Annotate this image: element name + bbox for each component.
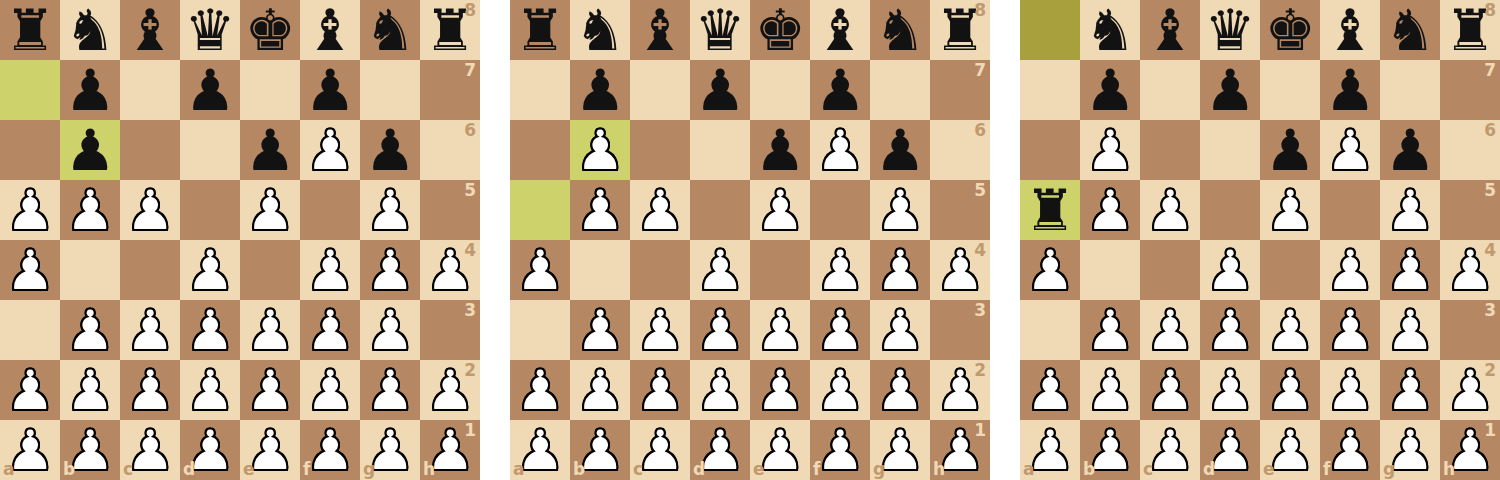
square-b1[interactable]: ♟b (1080, 420, 1140, 480)
file-label-g: g (1383, 461, 1395, 478)
piece-white-pawn: ♟ (1020, 240, 1080, 300)
square-h5[interactable]: 5 (1440, 180, 1500, 240)
square-h7[interactable]: 7 (420, 60, 480, 120)
square-g6[interactable]: ♟ (870, 120, 930, 180)
square-d6[interactable] (180, 120, 240, 180)
piece-black-pawn: ♟ (810, 60, 870, 120)
piece-black-bishop: ♝ (120, 0, 180, 60)
square-b3[interactable]: ♟ (1080, 300, 1140, 360)
square-f3[interactable]: ♟ (810, 300, 870, 360)
piece-white-pawn: ♟ (630, 360, 690, 420)
square-g7[interactable] (1380, 60, 1440, 120)
square-c8[interactable]: ♝ (120, 0, 180, 60)
square-a3[interactable] (0, 300, 60, 360)
square-g3[interactable]: ♟ (870, 300, 930, 360)
square-h1[interactable]: ♟1h (420, 420, 480, 480)
rank-label-5: 5 (1484, 182, 1496, 199)
square-g3[interactable]: ♟ (360, 300, 420, 360)
square-d6[interactable] (1200, 120, 1260, 180)
square-h2[interactable]: ♟2 (1440, 360, 1500, 420)
rank-label-2: 2 (974, 362, 986, 379)
square-d4[interactable]: ♟ (180, 240, 240, 300)
square-d1[interactable]: ♟d (180, 420, 240, 480)
square-e6[interactable]: ♟ (240, 120, 300, 180)
rank-label-1: 1 (974, 422, 986, 439)
square-f5[interactable] (300, 180, 360, 240)
square-a6[interactable] (0, 120, 60, 180)
piece-white-pawn: ♟ (570, 180, 630, 240)
square-e7[interactable] (240, 60, 300, 120)
square-h5[interactable]: 5 (930, 180, 990, 240)
square-b4[interactable] (60, 240, 120, 300)
square-f2[interactable]: ♟ (300, 360, 360, 420)
rank-label-8: 8 (464, 2, 476, 19)
square-b5[interactable]: ♟ (1080, 180, 1140, 240)
piece-white-pawn: ♟ (870, 240, 930, 300)
piece-white-pawn: ♟ (690, 240, 750, 300)
square-d8[interactable]: ♛ (690, 0, 750, 60)
square-h6[interactable]: 6 (420, 120, 480, 180)
square-f1[interactable]: ♟f (810, 420, 870, 480)
square-h8[interactable]: ♜8 (420, 0, 480, 60)
piece-black-pawn: ♟ (60, 60, 120, 120)
rank-label-3: 3 (464, 302, 476, 319)
piece-white-pawn: ♟ (1380, 360, 1440, 420)
piece-black-queen: ♛ (690, 0, 750, 60)
square-d2[interactable]: ♟ (690, 360, 750, 420)
square-f4[interactable]: ♟ (810, 240, 870, 300)
square-h3[interactable]: 3 (1440, 300, 1500, 360)
piece-black-pawn: ♟ (1320, 60, 1380, 120)
board-3: ♞♝♛♚♝♞♜8♟♟♟7♟♟♟♟6♜♟♟♟♟5♟♟♟♟♟4♟♟♟♟♟♟3♟♟♟♟… (1020, 0, 1500, 480)
file-label-c: c (1143, 461, 1153, 478)
piece-white-pawn: ♟ (1320, 240, 1380, 300)
square-h4[interactable]: ♟4 (930, 240, 990, 300)
square-a2[interactable]: ♟ (0, 360, 60, 420)
file-label-a: a (1023, 461, 1034, 478)
square-g8[interactable]: ♞ (870, 0, 930, 60)
square-g6[interactable]: ♟ (360, 120, 420, 180)
square-e8[interactable]: ♚ (750, 0, 810, 60)
square-e4[interactable] (240, 240, 300, 300)
piece-white-pawn: ♟ (1320, 360, 1380, 420)
square-c5[interactable]: ♟ (630, 180, 690, 240)
square-f6[interactable]: ♟ (1320, 120, 1380, 180)
square-e5[interactable]: ♟ (1260, 180, 1320, 240)
piece-white-pawn: ♟ (810, 360, 870, 420)
square-e4[interactable] (1260, 240, 1320, 300)
square-d5[interactable] (180, 180, 240, 240)
piece-white-pawn: ♟ (60, 360, 120, 420)
piece-white-pawn: ♟ (120, 300, 180, 360)
piece-white-pawn: ♟ (1320, 300, 1380, 360)
piece-black-pawn: ♟ (570, 60, 630, 120)
piece-black-pawn: ♟ (690, 60, 750, 120)
square-e3[interactable]: ♟ (1260, 300, 1320, 360)
piece-black-king: ♚ (240, 0, 300, 60)
piece-white-pawn: ♟ (120, 180, 180, 240)
square-f3[interactable]: ♟ (1320, 300, 1380, 360)
square-a5[interactable] (510, 180, 570, 240)
square-h8[interactable]: ♜8 (930, 0, 990, 60)
file-label-e: e (753, 461, 765, 478)
square-b6[interactable]: ♟ (60, 120, 120, 180)
rank-label-8: 8 (1484, 2, 1496, 19)
square-g2[interactable]: ♟ (1380, 360, 1440, 420)
square-g8[interactable]: ♞ (360, 0, 420, 60)
piece-white-pawn: ♟ (570, 120, 630, 180)
piece-black-pawn: ♟ (750, 120, 810, 180)
square-e4[interactable] (750, 240, 810, 300)
square-e2[interactable]: ♟ (240, 360, 300, 420)
square-h8[interactable]: ♜8 (1440, 0, 1500, 60)
square-b7[interactable]: ♟ (570, 60, 630, 120)
square-a8[interactable] (1020, 0, 1080, 60)
piece-white-pawn: ♟ (510, 240, 570, 300)
rank-label-2: 2 (464, 362, 476, 379)
square-g8[interactable]: ♞ (1380, 0, 1440, 60)
piece-black-pawn: ♟ (60, 120, 120, 180)
piece-white-pawn: ♟ (570, 300, 630, 360)
square-a8[interactable]: ♜ (510, 0, 570, 60)
piece-black-queen: ♛ (1200, 0, 1260, 60)
piece-black-bishop: ♝ (630, 0, 690, 60)
square-d7[interactable]: ♟ (1200, 60, 1260, 120)
piece-white-pawn: ♟ (1260, 360, 1320, 420)
piece-white-pawn: ♟ (360, 240, 420, 300)
square-g7[interactable] (360, 60, 420, 120)
square-b8[interactable]: ♞ (1080, 0, 1140, 60)
piece-white-pawn: ♟ (1140, 360, 1200, 420)
square-h7[interactable]: 7 (930, 60, 990, 120)
square-a1[interactable]: ♟a (1020, 420, 1080, 480)
square-f2[interactable]: ♟ (810, 360, 870, 420)
square-c2[interactable]: ♟ (630, 360, 690, 420)
square-d2[interactable]: ♟ (180, 360, 240, 420)
square-e5[interactable]: ♟ (750, 180, 810, 240)
square-h4[interactable]: ♟4 (420, 240, 480, 300)
square-g4[interactable]: ♟ (360, 240, 420, 300)
square-b6[interactable]: ♟ (1080, 120, 1140, 180)
square-c3[interactable]: ♟ (120, 300, 180, 360)
file-label-f: f (1323, 461, 1330, 478)
file-label-d: d (1203, 461, 1215, 478)
piece-black-pawn: ♟ (1260, 120, 1320, 180)
square-h1[interactable]: ♟1h (930, 420, 990, 480)
piece-white-pawn: ♟ (240, 360, 300, 420)
piece-black-pawn: ♟ (360, 120, 420, 180)
piece-black-bishop: ♝ (1140, 0, 1200, 60)
square-e5[interactable]: ♟ (240, 180, 300, 240)
square-f7[interactable]: ♟ (300, 60, 360, 120)
square-e8[interactable]: ♚ (240, 0, 300, 60)
square-e8[interactable]: ♚ (1260, 0, 1320, 60)
piece-white-pawn: ♟ (1020, 360, 1080, 420)
square-d8[interactable]: ♛ (180, 0, 240, 60)
piece-black-pawn: ♟ (180, 60, 240, 120)
square-c8[interactable]: ♝ (1140, 0, 1200, 60)
square-h4[interactable]: ♟4 (1440, 240, 1500, 300)
rank-label-6: 6 (1484, 122, 1496, 139)
square-c1[interactable]: ♟c (120, 420, 180, 480)
square-f1[interactable]: ♟f (300, 420, 360, 480)
square-a1[interactable]: ♟a (510, 420, 570, 480)
square-b3[interactable]: ♟ (570, 300, 630, 360)
rank-label-1: 1 (1484, 422, 1496, 439)
rank-label-4: 4 (464, 242, 476, 259)
square-d6[interactable] (690, 120, 750, 180)
square-d8[interactable]: ♛ (1200, 0, 1260, 60)
piece-white-pawn: ♟ (1080, 120, 1140, 180)
square-f7[interactable]: ♟ (810, 60, 870, 120)
square-a4[interactable]: ♟ (1020, 240, 1080, 300)
square-e6[interactable]: ♟ (750, 120, 810, 180)
square-f8[interactable]: ♝ (810, 0, 870, 60)
square-f6[interactable]: ♟ (810, 120, 870, 180)
square-f7[interactable]: ♟ (1320, 60, 1380, 120)
piece-white-pawn: ♟ (300, 300, 360, 360)
piece-white-pawn: ♟ (0, 180, 60, 240)
square-d5[interactable] (690, 180, 750, 240)
square-e2[interactable]: ♟ (750, 360, 810, 420)
square-f6[interactable]: ♟ (300, 120, 360, 180)
square-a3[interactable] (510, 300, 570, 360)
piece-white-pawn: ♟ (60, 300, 120, 360)
piece-white-pawn: ♟ (510, 360, 570, 420)
square-a2[interactable]: ♟ (510, 360, 570, 420)
square-e6[interactable]: ♟ (1260, 120, 1320, 180)
piece-white-pawn: ♟ (750, 360, 810, 420)
square-f2[interactable]: ♟ (1320, 360, 1380, 420)
square-c3[interactable]: ♟ (630, 300, 690, 360)
square-c5[interactable]: ♟ (120, 180, 180, 240)
square-b1[interactable]: ♟b (60, 420, 120, 480)
square-b5[interactable]: ♟ (570, 180, 630, 240)
square-g1[interactable]: ♟g (360, 420, 420, 480)
piece-black-knight: ♞ (570, 0, 630, 60)
square-a5[interactable]: ♜ (1020, 180, 1080, 240)
square-b7[interactable]: ♟ (60, 60, 120, 120)
square-c1[interactable]: ♟c (1140, 420, 1200, 480)
square-b7[interactable]: ♟ (1080, 60, 1140, 120)
square-d4[interactable]: ♟ (690, 240, 750, 300)
square-d3[interactable]: ♟ (1200, 300, 1260, 360)
square-a3[interactable] (1020, 300, 1080, 360)
square-d5[interactable] (1200, 180, 1260, 240)
piece-black-knight: ♞ (360, 0, 420, 60)
piece-white-pawn: ♟ (300, 120, 360, 180)
square-a6[interactable] (510, 120, 570, 180)
file-label-b: b (63, 461, 75, 478)
square-g5[interactable]: ♟ (870, 180, 930, 240)
square-f1[interactable]: ♟f (1320, 420, 1380, 480)
square-b6[interactable]: ♟ (570, 120, 630, 180)
square-f8[interactable]: ♝ (1320, 0, 1380, 60)
rank-label-4: 4 (974, 242, 986, 259)
square-d4[interactable]: ♟ (1200, 240, 1260, 300)
square-a7[interactable] (0, 60, 60, 120)
file-label-f: f (303, 461, 310, 478)
square-b5[interactable]: ♟ (60, 180, 120, 240)
piece-white-pawn: ♟ (0, 240, 60, 300)
rank-label-7: 7 (464, 62, 476, 79)
board-2: ♜♞♝♛♚♝♞♜8♟♟♟7♟♟♟♟6♟♟♟♟5♟♟♟♟♟4♟♟♟♟♟♟3♟♟♟♟… (510, 0, 990, 480)
piece-white-pawn: ♟ (570, 360, 630, 420)
piece-black-bishop: ♝ (1320, 0, 1380, 60)
square-g3[interactable]: ♟ (1380, 300, 1440, 360)
piece-white-pawn: ♟ (870, 360, 930, 420)
square-g7[interactable] (870, 60, 930, 120)
square-g4[interactable]: ♟ (870, 240, 930, 300)
square-g5[interactable]: ♟ (1380, 180, 1440, 240)
square-h6[interactable]: 6 (1440, 120, 1500, 180)
square-c2[interactable]: ♟ (1140, 360, 1200, 420)
square-a7[interactable] (510, 60, 570, 120)
file-label-c: c (123, 461, 133, 478)
square-b8[interactable]: ♞ (60, 0, 120, 60)
square-e7[interactable] (750, 60, 810, 120)
square-g2[interactable]: ♟ (870, 360, 930, 420)
square-c6[interactable] (630, 120, 690, 180)
square-c3[interactable]: ♟ (1140, 300, 1200, 360)
square-g6[interactable]: ♟ (1380, 120, 1440, 180)
piece-white-pawn: ♟ (630, 300, 690, 360)
square-f5[interactable] (810, 180, 870, 240)
piece-white-pawn: ♟ (810, 240, 870, 300)
square-b2[interactable]: ♟ (570, 360, 630, 420)
square-h3[interactable]: 3 (930, 300, 990, 360)
piece-black-knight: ♞ (1380, 0, 1440, 60)
rank-label-7: 7 (974, 62, 986, 79)
square-b8[interactable]: ♞ (570, 0, 630, 60)
piece-black-king: ♚ (750, 0, 810, 60)
rank-label-2: 2 (1484, 362, 1496, 379)
square-a4[interactable]: ♟ (510, 240, 570, 300)
square-f4[interactable]: ♟ (1320, 240, 1380, 300)
square-c7[interactable] (1140, 60, 1200, 120)
square-b1[interactable]: ♟b (570, 420, 630, 480)
square-d1[interactable]: ♟d (1200, 420, 1260, 480)
square-h1[interactable]: ♟1h (1440, 420, 1500, 480)
square-g1[interactable]: ♟g (1380, 420, 1440, 480)
square-a1[interactable]: ♟a (0, 420, 60, 480)
piece-white-pawn: ♟ (1080, 180, 1140, 240)
square-e1[interactable]: ♟e (750, 420, 810, 480)
square-b2[interactable]: ♟ (1080, 360, 1140, 420)
square-g1[interactable]: ♟g (870, 420, 930, 480)
piece-white-pawn: ♟ (360, 180, 420, 240)
square-g2[interactable]: ♟ (360, 360, 420, 420)
square-d7[interactable]: ♟ (180, 60, 240, 120)
square-e3[interactable]: ♟ (240, 300, 300, 360)
square-h2[interactable]: ♟2 (930, 360, 990, 420)
square-c2[interactable]: ♟ (120, 360, 180, 420)
square-f4[interactable]: ♟ (300, 240, 360, 300)
piece-white-pawn: ♟ (240, 300, 300, 360)
piece-white-pawn: ♟ (180, 240, 240, 300)
square-c6[interactable] (1140, 120, 1200, 180)
file-label-h: h (1443, 461, 1455, 478)
square-d1[interactable]: ♟d (690, 420, 750, 480)
square-d7[interactable]: ♟ (690, 60, 750, 120)
square-b4[interactable] (1080, 240, 1140, 300)
square-c7[interactable] (630, 60, 690, 120)
square-c8[interactable]: ♝ (630, 0, 690, 60)
file-label-e: e (243, 461, 255, 478)
rank-label-3: 3 (1484, 302, 1496, 319)
square-c5[interactable]: ♟ (1140, 180, 1200, 240)
square-h6[interactable]: 6 (930, 120, 990, 180)
square-h5[interactable]: 5 (420, 180, 480, 240)
square-f5[interactable] (1320, 180, 1380, 240)
square-f8[interactable]: ♝ (300, 0, 360, 60)
square-e3[interactable]: ♟ (750, 300, 810, 360)
square-f3[interactable]: ♟ (300, 300, 360, 360)
file-label-c: c (633, 461, 643, 478)
piece-black-bishop: ♝ (810, 0, 870, 60)
piece-black-pawn: ♟ (300, 60, 360, 120)
square-d3[interactable]: ♟ (690, 300, 750, 360)
square-e7[interactable] (1260, 60, 1320, 120)
piece-black-knight: ♞ (870, 0, 930, 60)
piece-black-knight: ♞ (1080, 0, 1140, 60)
square-e1[interactable]: ♟e (240, 420, 300, 480)
board-strip: ♜♞♝♛♚♝♞♜8♟♟♟7♟♟♟♟6♟♟♟♟♟5♟♟♟♟♟4♟♟♟♟♟♟3♟♟♟… (0, 0, 1500, 480)
square-h7[interactable]: 7 (1440, 60, 1500, 120)
square-c4[interactable] (120, 240, 180, 300)
rank-label-6: 6 (974, 122, 986, 139)
square-c6[interactable] (120, 120, 180, 180)
square-h3[interactable]: 3 (420, 300, 480, 360)
square-c1[interactable]: ♟c (630, 420, 690, 480)
square-g5[interactable]: ♟ (360, 180, 420, 240)
piece-white-pawn: ♟ (870, 180, 930, 240)
square-h2[interactable]: ♟2 (420, 360, 480, 420)
piece-white-pawn: ♟ (1080, 300, 1140, 360)
piece-black-pawn: ♟ (1080, 60, 1140, 120)
square-b2[interactable]: ♟ (60, 360, 120, 420)
square-a7[interactable] (1020, 60, 1080, 120)
square-a8[interactable]: ♜ (0, 0, 60, 60)
square-c4[interactable] (630, 240, 690, 300)
square-a5[interactable]: ♟ (0, 180, 60, 240)
piece-black-queen: ♛ (180, 0, 240, 60)
square-c7[interactable] (120, 60, 180, 120)
rank-label-5: 5 (974, 182, 986, 199)
piece-white-pawn: ♟ (810, 300, 870, 360)
square-e1[interactable]: ♟e (1260, 420, 1320, 480)
square-d3[interactable]: ♟ (180, 300, 240, 360)
square-a6[interactable] (1020, 120, 1080, 180)
rank-label-5: 5 (464, 182, 476, 199)
square-d2[interactable]: ♟ (1200, 360, 1260, 420)
square-a2[interactable]: ♟ (1020, 360, 1080, 420)
piece-white-pawn: ♟ (1140, 180, 1200, 240)
square-g4[interactable]: ♟ (1380, 240, 1440, 300)
piece-white-pawn: ♟ (1260, 180, 1320, 240)
square-e2[interactable]: ♟ (1260, 360, 1320, 420)
piece-white-pawn: ♟ (1380, 180, 1440, 240)
piece-white-pawn: ♟ (1140, 300, 1200, 360)
square-c4[interactable] (1140, 240, 1200, 300)
square-b3[interactable]: ♟ (60, 300, 120, 360)
piece-black-pawn: ♟ (870, 120, 930, 180)
piece-white-pawn: ♟ (690, 360, 750, 420)
square-b4[interactable] (570, 240, 630, 300)
file-label-b: b (573, 461, 585, 478)
rank-label-3: 3 (974, 302, 986, 319)
square-a4[interactable]: ♟ (0, 240, 60, 300)
